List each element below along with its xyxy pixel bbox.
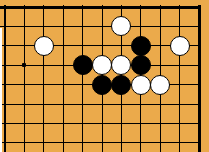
white-stone[interactable] [150, 75, 170, 95]
horizontal-gridline [0, 123, 201, 124]
black-stone[interactable] [92, 75, 112, 95]
black-stone[interactable] [131, 55, 151, 75]
white-stone[interactable] [111, 16, 131, 36]
horizontal-gridline [0, 104, 201, 105]
white-stone[interactable] [131, 75, 151, 95]
go-diagram [0, 0, 209, 152]
white-stone[interactable] [92, 55, 112, 75]
left-crop-artifact [0, 28, 2, 152]
black-stone[interactable] [131, 36, 151, 56]
star-point [22, 63, 26, 67]
black-stone[interactable] [111, 75, 131, 95]
board-top-edge-line [0, 6, 201, 9]
white-stone[interactable] [170, 36, 190, 56]
go-board[interactable] [0, 0, 209, 152]
black-stone[interactable] [73, 55, 93, 75]
white-stone[interactable] [34, 36, 54, 56]
horizontal-gridline [0, 142, 201, 143]
horizontal-gridline [0, 26, 201, 27]
white-stone[interactable] [111, 55, 131, 75]
